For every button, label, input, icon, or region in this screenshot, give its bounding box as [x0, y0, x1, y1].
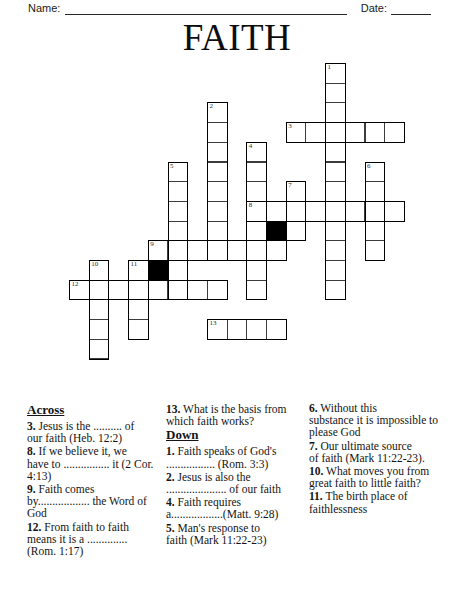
- grid-cell[interactable]: [325, 280, 346, 301]
- grid-cell[interactable]: [207, 221, 228, 242]
- clue-text: Faith comes by.................. the Wor…: [27, 483, 147, 519]
- down-clues-overflow: 6. Without this substance it is impossib…: [309, 402, 472, 515]
- clue-3-across: 3. Jesus is the .......... of our faith …: [27, 420, 166, 444]
- grid-cell[interactable]: [365, 122, 386, 143]
- grid-cell[interactable]: [89, 339, 110, 360]
- grid-cell[interactable]: [207, 122, 228, 143]
- grid-cell[interactable]: 9: [148, 240, 169, 261]
- cell-number: 9: [150, 241, 154, 248]
- puzzle-title: FAITH: [0, 16, 474, 59]
- clue-2-down: 2. Jesus is also the ...................…: [166, 471, 314, 495]
- clue-column-left: Across 3. Jesus is the .......... of our…: [27, 403, 166, 558]
- clue-4-down: 4. Faith requires a..................(Ma…: [166, 496, 314, 520]
- grid-cell[interactable]: 8: [246, 201, 267, 222]
- grid-cell[interactable]: [148, 280, 169, 301]
- clue-number: 3.: [27, 420, 36, 432]
- across-clues-group: 3. Jesus is the .......... of our faith …: [27, 420, 166, 557]
- grid-cell[interactable]: [207, 280, 228, 301]
- grid-cell[interactable]: [108, 280, 129, 301]
- grid-cell[interactable]: [168, 201, 189, 222]
- grid-cell[interactable]: [384, 122, 405, 143]
- clue-13-across: 13. What is the basis from which faith w…: [166, 403, 314, 427]
- clue-number: 7.: [309, 440, 318, 452]
- clue-1-down: 1. Faith speaks of God's ...............…: [166, 445, 314, 469]
- clue-text: Jesus is also the ..................... …: [166, 471, 281, 495]
- grid-cell[interactable]: 4: [246, 142, 267, 163]
- grid-cell[interactable]: [207, 201, 228, 222]
- clue-number: 11.: [309, 490, 323, 502]
- grid-cell[interactable]: [207, 240, 228, 261]
- clue-number: 5.: [166, 522, 175, 534]
- grid-cell[interactable]: [305, 201, 326, 222]
- grid-cell[interactable]: [345, 122, 366, 143]
- clue-number: 4.: [166, 496, 175, 508]
- across-header: Across: [27, 403, 166, 417]
- clue-7-down: 7. Our ultimate source of faith (Mark 11…: [309, 440, 472, 464]
- grid-cell[interactable]: [89, 280, 110, 301]
- grid-cell[interactable]: 1: [325, 63, 346, 84]
- grid-cell[interactable]: 7: [286, 181, 307, 202]
- grid-cell[interactable]: [128, 299, 149, 320]
- grid-cell[interactable]: 13: [207, 319, 228, 340]
- grid-cell[interactable]: [89, 319, 110, 340]
- black-cell: [266, 221, 287, 242]
- clue-text: Faith requires a..................(Matt.…: [166, 496, 278, 520]
- clue-11-down: 11. The birth place of faithlessness: [309, 490, 472, 514]
- clue-text: Faith speaks of God's ................. …: [166, 445, 276, 469]
- grid-cell[interactable]: [168, 240, 189, 261]
- grid-cell[interactable]: [325, 122, 346, 143]
- cell-number: 3: [288, 123, 292, 130]
- clue-12-across: 12. From faith to faith means it is a ..…: [27, 521, 166, 558]
- cell-number: 1: [328, 64, 332, 71]
- grid-cell[interactable]: [128, 280, 149, 301]
- date-label: Date:: [361, 2, 387, 15]
- grid-cell[interactable]: [325, 201, 346, 222]
- clue-number: 6.: [309, 402, 318, 414]
- grid-cell[interactable]: [246, 181, 267, 202]
- cell-number: 5: [170, 163, 174, 170]
- crossword-worksheet: Name: Date: FAITH 12345678910111213 Acro…: [0, 0, 474, 613]
- grid-cell[interactable]: 12: [69, 280, 90, 301]
- grid-cell[interactable]: [325, 83, 346, 104]
- down-header: Down: [166, 428, 314, 442]
- grid-cell[interactable]: [187, 280, 208, 301]
- cell-number: 13: [209, 320, 216, 327]
- grid-cell[interactable]: [325, 221, 346, 242]
- grid-cell[interactable]: [128, 319, 149, 340]
- grid-cell[interactable]: [266, 201, 287, 222]
- grid-cell[interactable]: [246, 240, 267, 261]
- cell-number: 12: [72, 281, 79, 288]
- grid-cell[interactable]: [305, 122, 326, 143]
- grid-cell[interactable]: [168, 221, 189, 242]
- grid-cell[interactable]: 10: [89, 260, 110, 281]
- grid-cell[interactable]: [246, 260, 267, 281]
- grid-cell[interactable]: [286, 201, 307, 222]
- down-clues-group: 1. Faith speaks of God's ...............…: [166, 445, 314, 546]
- grid-cell[interactable]: [384, 201, 405, 222]
- grid-cell[interactable]: [266, 240, 287, 261]
- clue-5-down: 5. Man's response to faith (Mark 11:22-2…: [166, 522, 314, 546]
- clue-text: Man's response to faith (Mark 11:22-23): [166, 522, 267, 546]
- cell-number: 2: [209, 103, 213, 110]
- grid-cell[interactable]: [246, 162, 267, 183]
- grid-cell[interactable]: [365, 181, 386, 202]
- clue-number: 12.: [27, 521, 41, 533]
- grid-cell[interactable]: 2: [207, 102, 228, 123]
- grid-cell[interactable]: [345, 201, 366, 222]
- grid-cell[interactable]: [207, 142, 228, 163]
- grid-cell[interactable]: [325, 102, 346, 123]
- date-blank-line[interactable]: [391, 2, 431, 15]
- grid-cell[interactable]: [168, 280, 189, 301]
- cell-number: 11: [131, 261, 138, 268]
- clue-number: 1.: [166, 445, 175, 457]
- grid-cell[interactable]: [168, 181, 189, 202]
- cell-number: 8: [249, 202, 253, 209]
- grid-cell[interactable]: [227, 319, 248, 340]
- clue-column-middle: 13. What is the basis from which faith w…: [166, 403, 314, 547]
- clue-text: Our ultimate source of faith (Mark 11:22…: [309, 440, 425, 464]
- grid-cell[interactable]: [207, 181, 228, 202]
- clue-text: What moves you from great faith to littl…: [309, 465, 429, 489]
- cell-number: 7: [288, 182, 292, 189]
- grid-cell[interactable]: [187, 240, 208, 261]
- name-date-row: Name: Date:: [28, 2, 431, 15]
- grid-cell[interactable]: [325, 162, 346, 183]
- name-label: Name:: [28, 2, 60, 15]
- clue-10-down: 10. What moves you from great faith to l…: [309, 465, 472, 489]
- clue-text: If we believe it, we have to ...........…: [27, 445, 154, 481]
- clue-number: 9.: [27, 483, 36, 495]
- grid-cell[interactable]: [325, 260, 346, 281]
- name-blank-line[interactable]: [65, 2, 346, 15]
- grid-cell[interactable]: [227, 240, 248, 261]
- clue-text: Without this substance it is impossible …: [309, 402, 438, 438]
- grid-cell[interactable]: [365, 201, 386, 222]
- clue-text: The birth place of faithlessness: [309, 490, 407, 514]
- clue-9-across: 9. Faith comes by.................. the …: [27, 483, 166, 520]
- clue-number: 2.: [166, 471, 175, 483]
- across-clues-overflow: 13. What is the basis from which faith w…: [166, 403, 314, 427]
- grid-cell[interactable]: [246, 280, 267, 301]
- clue-text: From faith to faith means it is a ......…: [27, 521, 129, 557]
- clue-number: 10.: [309, 465, 323, 477]
- grid-cell[interactable]: 5: [168, 162, 189, 183]
- grid-cell[interactable]: 6: [365, 162, 386, 183]
- cell-number: 10: [91, 261, 98, 268]
- cell-number: 4: [249, 143, 253, 150]
- grid-cell[interactable]: [365, 221, 386, 242]
- grid-cell[interactable]: [365, 240, 386, 261]
- clue-number: 13.: [166, 403, 180, 415]
- clue-text: Jesus is the .......... of our faith (He…: [27, 420, 134, 444]
- clue-column-right: 6. Without this substance it is impossib…: [309, 402, 472, 516]
- clue-number: 8.: [27, 445, 36, 457]
- clue-6-down: 6. Without this substance it is impossib…: [309, 402, 472, 439]
- grid-cell[interactable]: 3: [286, 122, 307, 143]
- grid-cell[interactable]: [246, 221, 267, 242]
- cell-number: 6: [367, 163, 371, 170]
- grid-cell[interactable]: [266, 319, 287, 340]
- grid-cell[interactable]: [325, 240, 346, 261]
- grid-cell[interactable]: [246, 319, 267, 340]
- clue-text: What is the basis from which faith works…: [166, 403, 287, 427]
- clue-8-across: 8. If we believe it, we have to ........…: [27, 445, 166, 482]
- grid-cell[interactable]: [207, 162, 228, 183]
- black-cell: [148, 260, 169, 281]
- grid-cell[interactable]: [168, 260, 189, 281]
- grid-cell[interactable]: [89, 299, 110, 320]
- grid-cell[interactable]: 11: [128, 260, 149, 281]
- crossword-grid: 12345678910111213: [69, 63, 405, 360]
- grid-cell[interactable]: [286, 221, 307, 242]
- grid-cell[interactable]: [325, 142, 346, 163]
- grid-cell[interactable]: [325, 181, 346, 202]
